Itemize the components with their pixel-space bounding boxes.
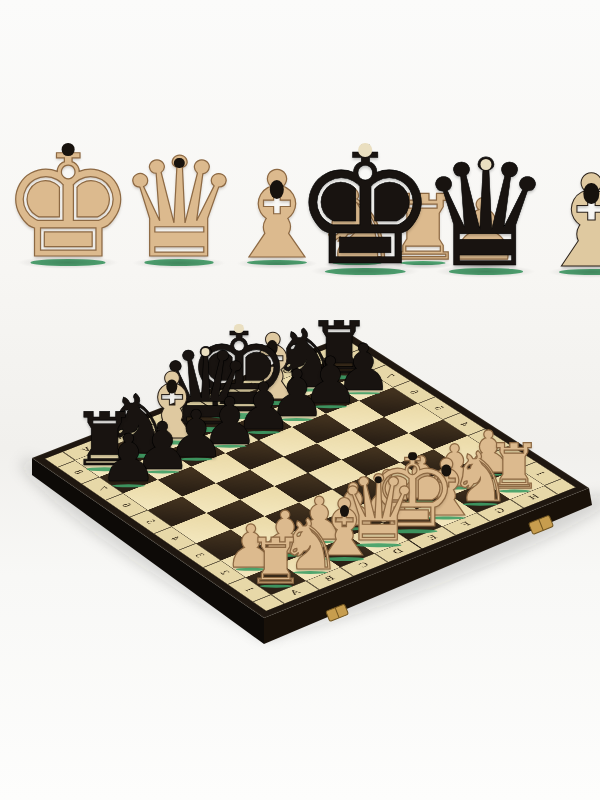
product-photo-stage: ♚♛♝♞♜♟ ♚♛♝♞♜♟ AA11BB22CC33DD44EE55FF66GG… [0,0,600,800]
